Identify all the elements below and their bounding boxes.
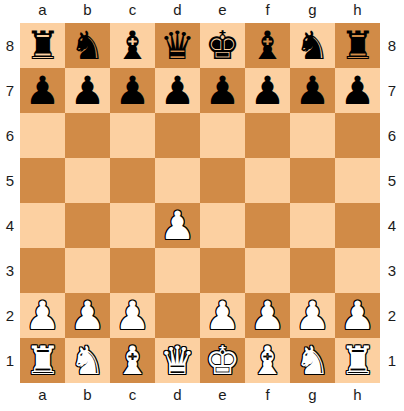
square-h6[interactable] [335,113,380,158]
square-c6[interactable] [110,113,155,158]
square-e1[interactable]: ♚ [200,338,245,383]
file-label-bottom-b: b [65,383,110,411]
piece-black-pawn-h7[interactable]: ♟ [340,68,375,113]
square-a6[interactable] [20,113,65,158]
square-a3[interactable] [20,248,65,293]
square-g4[interactable] [290,203,335,248]
square-b2[interactable]: ♟ [65,293,110,338]
file-label-top-a: a [20,0,65,23]
piece-white-pawn-b2[interactable]: ♟ [70,293,105,338]
square-f5[interactable] [245,158,290,203]
square-b4[interactable] [65,203,110,248]
piece-white-pawn-a2[interactable]: ♟ [25,293,60,338]
rank-label-right-2: 2 [380,293,404,338]
square-h3[interactable] [335,248,380,293]
square-c7[interactable]: ♟ [110,68,155,113]
file-label-top-d: d [155,0,200,23]
square-c4[interactable] [110,203,155,248]
rank-label-right-7: 7 [380,68,404,113]
piece-white-pawn-e2[interactable]: ♟ [205,293,240,338]
square-h1[interactable]: ♜ [335,338,380,383]
square-g2[interactable]: ♟ [290,293,335,338]
piece-white-rook-h1[interactable]: ♜ [340,338,375,383]
rank-label-left-3: 3 [0,248,20,293]
rank-label-right-3: 3 [380,248,404,293]
piece-black-pawn-a7[interactable]: ♟ [25,68,60,113]
square-d2[interactable] [155,293,200,338]
square-a8[interactable]: ♜ [20,23,65,68]
square-c1[interactable]: ♝ [110,338,155,383]
square-f7[interactable]: ♟ [245,68,290,113]
piece-white-bishop-f1[interactable]: ♝ [250,338,285,383]
file-label-bottom-c: c [110,383,155,411]
rank-label-left-2: 2 [0,293,20,338]
square-b1[interactable]: ♞ [65,338,110,383]
piece-black-pawn-e7[interactable]: ♟ [205,68,240,113]
piece-white-pawn-f2[interactable]: ♟ [250,293,285,338]
piece-white-rook-a1[interactable]: ♜ [25,338,60,383]
square-e3[interactable] [200,248,245,293]
piece-white-knight-b1[interactable]: ♞ [70,338,105,383]
square-f8[interactable]: ♝ [245,23,290,68]
file-label-top-c: c [110,0,155,23]
square-a7[interactable]: ♟ [20,68,65,113]
rank-label-right-1: 1 [380,338,404,383]
square-f2[interactable]: ♟ [245,293,290,338]
rank-label-right-4: 4 [380,203,404,248]
square-d7[interactable]: ♟ [155,68,200,113]
square-e8[interactable]: ♚ [200,23,245,68]
square-g5[interactable] [290,158,335,203]
square-b8[interactable]: ♞ [65,23,110,68]
square-d6[interactable] [155,113,200,158]
square-h2[interactable]: ♟ [335,293,380,338]
file-label-top-e: e [200,0,245,23]
rank-label-left-8: 8 [0,23,20,68]
file-label-bottom-d: d [155,383,200,411]
square-b3[interactable] [65,248,110,293]
rank-label-left-7: 7 [0,68,20,113]
square-g1[interactable]: ♞ [290,338,335,383]
piece-black-pawn-c7[interactable]: ♟ [115,68,150,113]
piece-black-knight-b8[interactable]: ♞ [70,23,105,68]
rank-label-left-5: 5 [0,158,20,203]
square-f6[interactable] [245,113,290,158]
piece-white-pawn-h2[interactable]: ♟ [340,293,375,338]
square-c2[interactable]: ♟ [110,293,155,338]
piece-black-rook-a8[interactable]: ♜ [25,23,60,68]
square-g3[interactable] [290,248,335,293]
file-label-bottom-h: h [335,383,380,411]
square-h8[interactable]: ♜ [335,23,380,68]
square-h7[interactable]: ♟ [335,68,380,113]
piece-white-pawn-g2[interactable]: ♟ [295,293,330,338]
square-e5[interactable] [200,158,245,203]
chess-board-frame: aabbccddeeffgghh8877665544332211♜♞♝♛♚♝♞♜… [0,0,404,411]
square-d4[interactable]: ♟ [155,203,200,248]
file-label-top-f: f [245,0,290,23]
piece-black-pawn-d7[interactable]: ♟ [160,68,195,113]
square-a1[interactable]: ♜ [20,338,65,383]
square-h4[interactable] [335,203,380,248]
square-g8[interactable]: ♞ [290,23,335,68]
piece-black-rook-h8[interactable]: ♜ [340,23,375,68]
file-label-bottom-e: e [200,383,245,411]
square-c3[interactable] [110,248,155,293]
square-d3[interactable] [155,248,200,293]
square-f1[interactable]: ♝ [245,338,290,383]
rank-label-left-1: 1 [0,338,20,383]
square-b7[interactable]: ♟ [65,68,110,113]
piece-black-bishop-c8[interactable]: ♝ [115,23,150,68]
piece-black-knight-g8[interactable]: ♞ [295,23,330,68]
piece-black-king-e8[interactable]: ♚ [205,23,240,68]
piece-black-pawn-g7[interactable]: ♟ [295,68,330,113]
rank-label-right-5: 5 [380,158,404,203]
square-d5[interactable] [155,158,200,203]
piece-black-pawn-b7[interactable]: ♟ [70,68,105,113]
square-e6[interactable] [200,113,245,158]
square-e4[interactable] [200,203,245,248]
piece-white-bishop-c1[interactable]: ♝ [115,338,150,383]
file-label-bottom-f: f [245,383,290,411]
piece-white-knight-g1[interactable]: ♞ [295,338,330,383]
piece-white-pawn-d4[interactable]: ♟ [160,203,195,248]
file-label-top-g: g [290,0,335,23]
file-label-bottom-a: a [20,383,65,411]
square-d8[interactable]: ♛ [155,23,200,68]
piece-white-king-e1[interactable]: ♚ [205,338,240,383]
piece-black-pawn-f7[interactable]: ♟ [250,68,285,113]
rank-label-right-8: 8 [380,23,404,68]
square-g7[interactable]: ♟ [290,68,335,113]
file-label-top-b: b [65,0,110,23]
rank-label-right-6: 6 [380,113,404,158]
square-h5[interactable] [335,158,380,203]
piece-white-pawn-c2[interactable]: ♟ [115,293,150,338]
file-label-bottom-g: g [290,383,335,411]
square-a2[interactable]: ♟ [20,293,65,338]
piece-black-queen-d8[interactable]: ♛ [160,23,195,68]
rank-label-left-4: 4 [0,203,20,248]
square-d1[interactable]: ♛ [155,338,200,383]
square-e7[interactable]: ♟ [200,68,245,113]
square-f3[interactable] [245,248,290,293]
piece-white-queen-d1[interactable]: ♛ [160,338,195,383]
square-a5[interactable] [20,158,65,203]
square-b5[interactable] [65,158,110,203]
square-f4[interactable] [245,203,290,248]
square-c8[interactable]: ♝ [110,23,155,68]
square-c5[interactable] [110,158,155,203]
square-e2[interactable]: ♟ [200,293,245,338]
square-g6[interactable] [290,113,335,158]
rank-label-left-6: 6 [0,113,20,158]
file-label-top-h: h [335,0,380,23]
piece-black-bishop-f8[interactable]: ♝ [250,23,285,68]
square-b6[interactable] [65,113,110,158]
square-a4[interactable] [20,203,65,248]
